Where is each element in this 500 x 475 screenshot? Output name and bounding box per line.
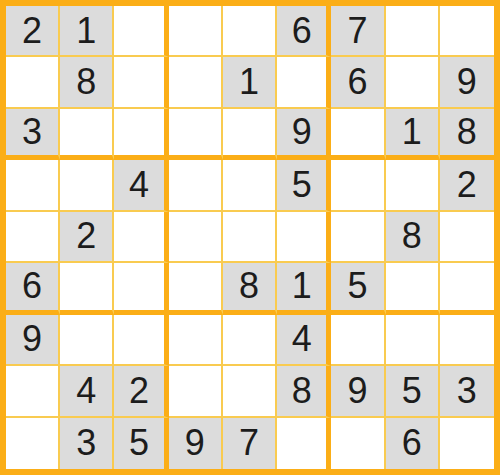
sudoku-board: 2167816939184522868159442895335976	[0, 0, 500, 475]
cell-r5c7[interactable]	[331, 212, 385, 263]
cell-r3c6[interactable]: 9	[277, 109, 331, 160]
cell-r5c2[interactable]: 2	[60, 212, 114, 263]
cell-r1c7[interactable]: 7	[331, 6, 385, 57]
cell-r2c8[interactable]	[386, 57, 440, 108]
cell-r6c6[interactable]: 1	[277, 263, 331, 314]
cell-r1c9[interactable]	[440, 6, 494, 57]
cell-r3c7[interactable]	[331, 109, 385, 160]
cell-r6c3[interactable]	[114, 263, 168, 314]
cell-r9c1[interactable]	[6, 418, 60, 469]
cell-r9c7[interactable]	[331, 418, 385, 469]
cell-r8c5[interactable]	[223, 366, 277, 417]
cell-r9c5[interactable]: 7	[223, 418, 277, 469]
cell-r8c9[interactable]: 3	[440, 366, 494, 417]
cell-r8c6[interactable]: 8	[277, 366, 331, 417]
cell-r3c4[interactable]	[169, 109, 223, 160]
cell-r2c6[interactable]	[277, 57, 331, 108]
cell-r1c5[interactable]	[223, 6, 277, 57]
cell-r1c1[interactable]: 2	[6, 6, 60, 57]
cell-r5c4[interactable]	[169, 212, 223, 263]
cell-r4c8[interactable]	[386, 160, 440, 211]
cell-r6c5[interactable]: 8	[223, 263, 277, 314]
cell-r9c6[interactable]	[277, 418, 331, 469]
cell-r5c9[interactable]	[440, 212, 494, 263]
cell-r7c7[interactable]	[331, 315, 385, 366]
cell-r7c2[interactable]	[60, 315, 114, 366]
cell-r6c4[interactable]	[169, 263, 223, 314]
cell-r1c6[interactable]: 6	[277, 6, 331, 57]
cell-r4c7[interactable]	[331, 160, 385, 211]
cell-r2c1[interactable]	[6, 57, 60, 108]
cell-r6c2[interactable]	[60, 263, 114, 314]
cell-r8c1[interactable]	[6, 366, 60, 417]
cell-r5c5[interactable]	[223, 212, 277, 263]
cell-r8c8[interactable]: 5	[386, 366, 440, 417]
cell-r5c1[interactable]	[6, 212, 60, 263]
cell-r3c5[interactable]	[223, 109, 277, 160]
cell-r2c3[interactable]	[114, 57, 168, 108]
cell-r7c4[interactable]	[169, 315, 223, 366]
cell-r8c2[interactable]: 4	[60, 366, 114, 417]
cell-r1c8[interactable]	[386, 6, 440, 57]
cell-r1c2[interactable]: 1	[60, 6, 114, 57]
cell-r8c7[interactable]: 9	[331, 366, 385, 417]
cell-r6c9[interactable]	[440, 263, 494, 314]
cell-r9c4[interactable]: 9	[169, 418, 223, 469]
cell-r2c9[interactable]: 9	[440, 57, 494, 108]
cell-r3c1[interactable]: 3	[6, 109, 60, 160]
cell-r3c3[interactable]	[114, 109, 168, 160]
cell-r3c2[interactable]	[60, 109, 114, 160]
cell-r7c3[interactable]	[114, 315, 168, 366]
cell-r3c8[interactable]: 1	[386, 109, 440, 160]
cell-r4c9[interactable]: 2	[440, 160, 494, 211]
cell-r7c6[interactable]: 4	[277, 315, 331, 366]
cell-r3c9[interactable]: 8	[440, 109, 494, 160]
cell-r9c3[interactable]: 5	[114, 418, 168, 469]
cell-r1c4[interactable]	[169, 6, 223, 57]
cell-r4c3[interactable]: 4	[114, 160, 168, 211]
cell-r9c9[interactable]	[440, 418, 494, 469]
cell-r2c2[interactable]: 8	[60, 57, 114, 108]
cell-r5c6[interactable]	[277, 212, 331, 263]
cell-r2c5[interactable]: 1	[223, 57, 277, 108]
cell-r9c8[interactable]: 6	[386, 418, 440, 469]
cell-r6c8[interactable]	[386, 263, 440, 314]
cell-r4c5[interactable]	[223, 160, 277, 211]
cell-r2c4[interactable]	[169, 57, 223, 108]
cell-r6c7[interactable]: 5	[331, 263, 385, 314]
cell-r8c4[interactable]	[169, 366, 223, 417]
cell-r4c4[interactable]	[169, 160, 223, 211]
cell-r5c3[interactable]	[114, 212, 168, 263]
cell-r2c7[interactable]: 6	[331, 57, 385, 108]
cell-r7c5[interactable]	[223, 315, 277, 366]
cell-r7c1[interactable]: 9	[6, 315, 60, 366]
cell-r6c1[interactable]: 6	[6, 263, 60, 314]
cell-r5c8[interactable]: 8	[386, 212, 440, 263]
cell-r8c3[interactable]: 2	[114, 366, 168, 417]
cell-r4c1[interactable]	[6, 160, 60, 211]
cell-r4c2[interactable]	[60, 160, 114, 211]
cell-r1c3[interactable]	[114, 6, 168, 57]
cell-r4c6[interactable]: 5	[277, 160, 331, 211]
cell-r7c8[interactable]	[386, 315, 440, 366]
cell-r7c9[interactable]	[440, 315, 494, 366]
cell-r9c2[interactable]: 3	[60, 418, 114, 469]
